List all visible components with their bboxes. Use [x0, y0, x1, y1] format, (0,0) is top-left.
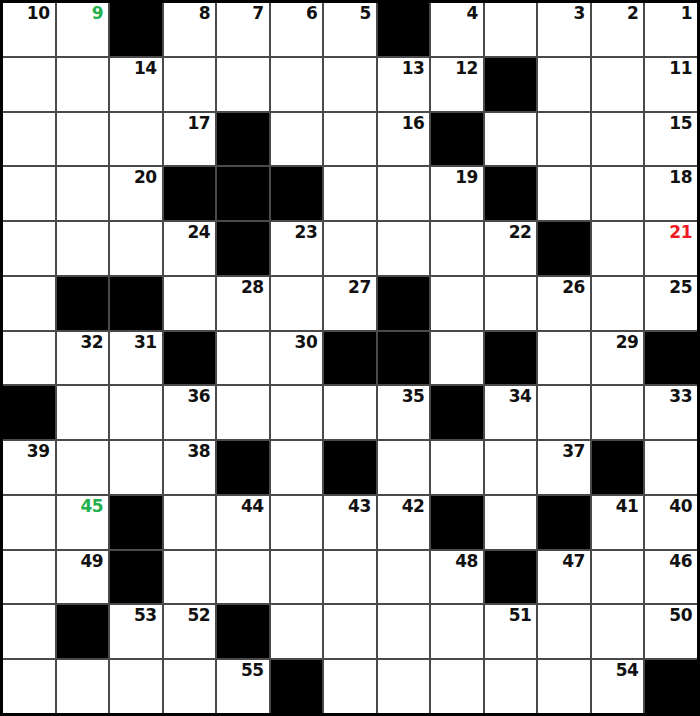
cell-r4-c3[interactable]: 20 — [110, 167, 162, 220]
cell-r12-c10[interactable]: 51 — [485, 605, 537, 658]
block-r10-c11 — [538, 496, 590, 549]
block-r8-c9 — [431, 386, 483, 439]
block-r4-c5 — [217, 167, 269, 220]
clue-number-50: 50 — [669, 606, 692, 625]
cell-r2-c12[interactable] — [592, 58, 644, 111]
clue-number-20: 20 — [134, 168, 157, 187]
cell-r5-c2[interactable] — [57, 222, 109, 275]
cell-r13-c11[interactable] — [538, 660, 590, 713]
cell-r11-c5[interactable] — [217, 551, 269, 604]
cell-r12-c12[interactable] — [592, 605, 644, 658]
clue-number-49: 49 — [80, 552, 103, 571]
cell-r3-c6[interactable] — [271, 113, 323, 166]
cell-r9-c1[interactable]: 39 — [3, 441, 55, 494]
cell-r6-c11[interactable]: 26 — [538, 277, 590, 330]
cell-r4-c1[interactable] — [3, 167, 55, 220]
cell-r13-c3[interactable] — [110, 660, 162, 713]
clue-number-13: 13 — [402, 59, 425, 78]
cell-r4-c12[interactable] — [592, 167, 644, 220]
clue-number-43: 43 — [348, 497, 371, 516]
clue-number-41: 41 — [616, 497, 639, 516]
cell-r9-c4[interactable]: 38 — [164, 441, 216, 494]
cell-r13-c9[interactable] — [431, 660, 483, 713]
clue-number-53: 53 — [134, 606, 157, 625]
cell-r12-c11[interactable] — [538, 605, 590, 658]
cell-r8-c12[interactable] — [592, 386, 644, 439]
cell-r3-c8[interactable]: 16 — [378, 113, 430, 166]
block-r12-c5 — [217, 605, 269, 658]
clue-number-4: 4 — [467, 4, 478, 23]
cell-r4-c2[interactable] — [57, 167, 109, 220]
cell-r2-c5[interactable] — [217, 58, 269, 111]
clue-number-46: 46 — [669, 552, 692, 571]
cell-r11-c2[interactable]: 49 — [57, 551, 109, 604]
cell-r1-c2[interactable]: 9 — [57, 3, 109, 56]
clue-number-37: 37 — [562, 442, 585, 461]
cell-r8-c5[interactable] — [217, 386, 269, 439]
cell-r11-c1[interactable] — [3, 551, 55, 604]
crossword-grid: 1098765432114131211171615201918242322212… — [0, 0, 700, 716]
cell-r13-c8[interactable] — [378, 660, 430, 713]
cell-r5-c7[interactable] — [324, 222, 376, 275]
cell-r3-c11[interactable] — [538, 113, 590, 166]
cell-r4-c11[interactable] — [538, 167, 590, 220]
clue-number-9: 9 — [92, 4, 103, 23]
cell-r4-c13[interactable]: 18 — [645, 167, 697, 220]
cell-r3-c10[interactable] — [485, 113, 537, 166]
clue-number-48: 48 — [455, 552, 478, 571]
cell-r10-c4[interactable] — [164, 496, 216, 549]
clue-number-32: 32 — [80, 333, 103, 352]
cell-r7-c3[interactable]: 31 — [110, 332, 162, 385]
clue-number-12: 12 — [455, 59, 478, 78]
cell-r2-c6[interactable] — [271, 58, 323, 111]
clue-number-26: 26 — [562, 278, 585, 297]
cell-r9-c9[interactable] — [431, 441, 483, 494]
cell-r1-c10[interactable] — [485, 3, 537, 56]
cell-r5-c12[interactable] — [592, 222, 644, 275]
clue-number-5: 5 — [359, 4, 370, 23]
cell-r1-c4[interactable]: 8 — [164, 3, 216, 56]
clue-number-35: 35 — [402, 387, 425, 406]
clue-number-42: 42 — [402, 497, 425, 516]
clue-number-55: 55 — [241, 661, 264, 680]
clue-number-24: 24 — [187, 223, 210, 242]
cell-r11-c4[interactable] — [164, 551, 216, 604]
block-r5-c11 — [538, 222, 590, 275]
clue-number-40: 40 — [669, 497, 692, 516]
block-r7-c13 — [645, 332, 697, 385]
cell-r7-c11[interactable] — [538, 332, 590, 385]
block-r10-c3 — [110, 496, 162, 549]
clue-number-14: 14 — [134, 59, 157, 78]
cell-r3-c2[interactable] — [57, 113, 109, 166]
cell-r2-c8[interactable]: 13 — [378, 58, 430, 111]
clue-number-23: 23 — [295, 223, 318, 242]
cell-r4-c8[interactable] — [378, 167, 430, 220]
cell-r7-c2[interactable]: 32 — [57, 332, 109, 385]
clue-number-6: 6 — [306, 4, 317, 23]
cell-r10-c10[interactable] — [485, 496, 537, 549]
clue-number-30: 30 — [295, 333, 318, 352]
cell-r5-c3[interactable] — [110, 222, 162, 275]
cell-r3-c12[interactable] — [592, 113, 644, 166]
cell-r11-c13[interactable]: 46 — [645, 551, 697, 604]
cell-r1-c6[interactable]: 6 — [271, 3, 323, 56]
cell-r10-c2[interactable]: 45 — [57, 496, 109, 549]
clue-number-38: 38 — [187, 442, 210, 461]
cell-r1-c5[interactable]: 7 — [217, 3, 269, 56]
cell-r6-c7[interactable]: 27 — [324, 277, 376, 330]
block-r9-c5 — [217, 441, 269, 494]
clue-number-27: 27 — [348, 278, 371, 297]
cell-r5-c10[interactable]: 22 — [485, 222, 537, 275]
cell-r3-c4[interactable]: 17 — [164, 113, 216, 166]
clue-number-18: 18 — [669, 168, 692, 187]
block-r6-c3 — [110, 277, 162, 330]
clue-number-10: 10 — [27, 4, 50, 23]
cell-r13-c5[interactable]: 55 — [217, 660, 269, 713]
cell-r9-c2[interactable] — [57, 441, 109, 494]
cell-r11-c9[interactable]: 48 — [431, 551, 483, 604]
cell-r11-c12[interactable] — [592, 551, 644, 604]
cell-r6-c4[interactable] — [164, 277, 216, 330]
cell-r6-c6[interactable] — [271, 277, 323, 330]
cell-r10-c13[interactable]: 40 — [645, 496, 697, 549]
clue-number-16: 16 — [402, 114, 425, 133]
cell-r9-c10[interactable] — [485, 441, 537, 494]
cell-r12-c4[interactable]: 52 — [164, 605, 216, 658]
cell-r10-c5[interactable]: 44 — [217, 496, 269, 549]
cell-r7-c6[interactable]: 30 — [271, 332, 323, 385]
cell-r13-c12[interactable]: 54 — [592, 660, 644, 713]
block-r2-c10 — [485, 58, 537, 111]
cell-r11-c8[interactable] — [378, 551, 430, 604]
cell-r6-c10[interactable] — [485, 277, 537, 330]
block-r12-c2 — [57, 605, 109, 658]
cell-r8-c11[interactable] — [538, 386, 590, 439]
clue-number-2: 2 — [627, 4, 638, 23]
clue-number-1: 1 — [681, 4, 692, 23]
block-r4-c10 — [485, 167, 537, 220]
cell-r7-c9[interactable] — [431, 332, 483, 385]
cell-r8-c8[interactable]: 35 — [378, 386, 430, 439]
cell-r1-c7[interactable]: 5 — [324, 3, 376, 56]
cell-r11-c6[interactable] — [271, 551, 323, 604]
cell-r13-c10[interactable] — [485, 660, 537, 713]
clue-number-3: 3 — [574, 4, 585, 23]
cell-r12-c7[interactable] — [324, 605, 376, 658]
block-r11-c3 — [110, 551, 162, 604]
cell-r10-c12[interactable]: 41 — [592, 496, 644, 549]
cell-r13-c1[interactable] — [3, 660, 55, 713]
clue-number-11: 11 — [669, 59, 692, 78]
clue-number-15: 15 — [669, 114, 692, 133]
block-r6-c2 — [57, 277, 109, 330]
block-r1-c8 — [378, 3, 430, 56]
cell-r2-c11[interactable] — [538, 58, 590, 111]
cell-r1-c11[interactable]: 3 — [538, 3, 590, 56]
clue-number-54: 54 — [616, 661, 639, 680]
cell-r8-c10[interactable]: 34 — [485, 386, 537, 439]
clue-number-33: 33 — [669, 387, 692, 406]
cell-r5-c13[interactable]: 21 — [645, 222, 697, 275]
cell-r7-c5[interactable] — [217, 332, 269, 385]
block-r11-c10 — [485, 551, 537, 604]
block-r8-c1 — [3, 386, 55, 439]
clue-number-31: 31 — [134, 333, 157, 352]
block-r7-c8 — [378, 332, 430, 385]
clue-number-39: 39 — [27, 442, 50, 461]
cell-r3-c7[interactable] — [324, 113, 376, 166]
clue-number-36: 36 — [187, 387, 210, 406]
cell-r12-c13[interactable]: 50 — [645, 605, 697, 658]
cell-r4-c9[interactable]: 19 — [431, 167, 483, 220]
block-r7-c4 — [164, 332, 216, 385]
clue-number-29: 29 — [616, 333, 639, 352]
block-r3-c9 — [431, 113, 483, 166]
cell-r9-c3[interactable] — [110, 441, 162, 494]
cell-r2-c2[interactable] — [57, 58, 109, 111]
cell-r12-c9[interactable] — [431, 605, 483, 658]
block-r3-c5 — [217, 113, 269, 166]
cell-r13-c2[interactable] — [57, 660, 109, 713]
clue-number-45: 45 — [80, 497, 103, 516]
cell-r9-c11[interactable]: 37 — [538, 441, 590, 494]
clue-number-25: 25 — [669, 278, 692, 297]
cell-r5-c8[interactable] — [378, 222, 430, 275]
cell-r8-c13[interactable]: 33 — [645, 386, 697, 439]
cell-r8-c4[interactable]: 36 — [164, 386, 216, 439]
cell-r9-c6[interactable] — [271, 441, 323, 494]
cell-r6-c13[interactable]: 25 — [645, 277, 697, 330]
cell-r4-c7[interactable] — [324, 167, 376, 220]
cell-r2-c13[interactable]: 11 — [645, 58, 697, 111]
cell-r7-c12[interactable]: 29 — [592, 332, 644, 385]
block-r1-c3 — [110, 3, 162, 56]
cell-r1-c13[interactable]: 1 — [645, 3, 697, 56]
cell-r10-c8[interactable]: 42 — [378, 496, 430, 549]
cell-r11-c7[interactable] — [324, 551, 376, 604]
cell-r2-c1[interactable] — [3, 58, 55, 111]
cell-r13-c7[interactable] — [324, 660, 376, 713]
cell-r6-c5[interactable]: 28 — [217, 277, 269, 330]
cell-r8-c3[interactable] — [110, 386, 162, 439]
clue-number-47: 47 — [562, 552, 585, 571]
block-r9-c7 — [324, 441, 376, 494]
cell-r13-c4[interactable] — [164, 660, 216, 713]
cell-r5-c4[interactable]: 24 — [164, 222, 216, 275]
cell-r1-c9[interactable]: 4 — [431, 3, 483, 56]
block-r4-c6 — [271, 167, 323, 220]
cell-r12-c8[interactable] — [378, 605, 430, 658]
cell-r2-c4[interactable] — [164, 58, 216, 111]
cell-r1-c1[interactable]: 10 — [3, 3, 55, 56]
cell-r12-c1[interactable] — [3, 605, 55, 658]
clue-number-17: 17 — [187, 114, 210, 133]
clue-number-21: 21 — [669, 223, 692, 242]
cell-r7-c1[interactable] — [3, 332, 55, 385]
block-r5-c5 — [217, 222, 269, 275]
cell-r9-c8[interactable] — [378, 441, 430, 494]
cell-r2-c3[interactable]: 14 — [110, 58, 162, 111]
cell-r8-c2[interactable] — [57, 386, 109, 439]
cell-r5-c6[interactable]: 23 — [271, 222, 323, 275]
block-r4-c4 — [164, 167, 216, 220]
cell-r3-c1[interactable] — [3, 113, 55, 166]
cell-r8-c7[interactable] — [324, 386, 376, 439]
cell-r2-c7[interactable] — [324, 58, 376, 111]
cell-r1-c12[interactable]: 2 — [592, 3, 644, 56]
cell-r6-c1[interactable] — [3, 277, 55, 330]
block-r7-c7 — [324, 332, 376, 385]
block-r6-c8 — [378, 277, 430, 330]
clue-number-44: 44 — [241, 497, 264, 516]
cell-r3-c3[interactable] — [110, 113, 162, 166]
block-r10-c9 — [431, 496, 483, 549]
cell-r6-c9[interactable] — [431, 277, 483, 330]
cell-r9-c13[interactable] — [645, 441, 697, 494]
clue-number-34: 34 — [509, 387, 532, 406]
cell-r11-c11[interactable]: 47 — [538, 551, 590, 604]
clue-number-52: 52 — [187, 606, 210, 625]
cell-r10-c7[interactable]: 43 — [324, 496, 376, 549]
block-r7-c10 — [485, 332, 537, 385]
block-r13-c6 — [271, 660, 323, 713]
cell-r6-c12[interactable] — [592, 277, 644, 330]
clue-number-22: 22 — [509, 223, 532, 242]
cell-r3-c13[interactable]: 15 — [645, 113, 697, 166]
block-r13-c13 — [645, 660, 697, 713]
clue-number-19: 19 — [455, 168, 478, 187]
cell-r5-c1[interactable] — [3, 222, 55, 275]
clue-number-7: 7 — [252, 4, 263, 23]
clue-number-28: 28 — [241, 278, 264, 297]
cell-r12-c6[interactable] — [271, 605, 323, 658]
cell-r10-c6[interactable] — [271, 496, 323, 549]
clue-number-8: 8 — [199, 4, 210, 23]
cell-r2-c9[interactable]: 12 — [431, 58, 483, 111]
clue-number-51: 51 — [509, 606, 532, 625]
block-r9-c12 — [592, 441, 644, 494]
cell-r10-c1[interactable] — [3, 496, 55, 549]
cell-r8-c6[interactable] — [271, 386, 323, 439]
cell-r12-c3[interactable]: 53 — [110, 605, 162, 658]
cell-r5-c9[interactable] — [431, 222, 483, 275]
